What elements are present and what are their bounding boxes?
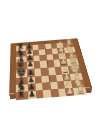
product-photo: ♜♟♟♜♞♟♟♞♝♟♟♝♛♟♟♛♚♟♟♚♝♟♟♝♞♟♟♞♜♟♟♜ [0, 0, 95, 126]
chess-board: ♜♟♟♜♞♟♟♞♝♟♟♝♛♟♟♛♚♟♟♚♝♟♟♝♞♟♟♞♜♟♟♜ [9, 38, 92, 94]
perspective-wrapper: ♜♟♟♜♞♟♟♞♝♟♟♝♛♟♟♛♚♟♟♚♝♟♟♝♞♟♟♞♜♟♟♜ [7, 23, 87, 103]
black-pawn: ♟ [26, 55, 33, 62]
chess-set-scene: ♜♟♟♜♞♟♟♞♝♟♟♝♛♟♟♛♚♟♟♚♝♟♟♝♞♟♟♞♜♟♟♜ [0, 0, 95, 126]
white-pawn: ♟ [59, 52, 66, 59]
square [33, 61, 40, 69]
